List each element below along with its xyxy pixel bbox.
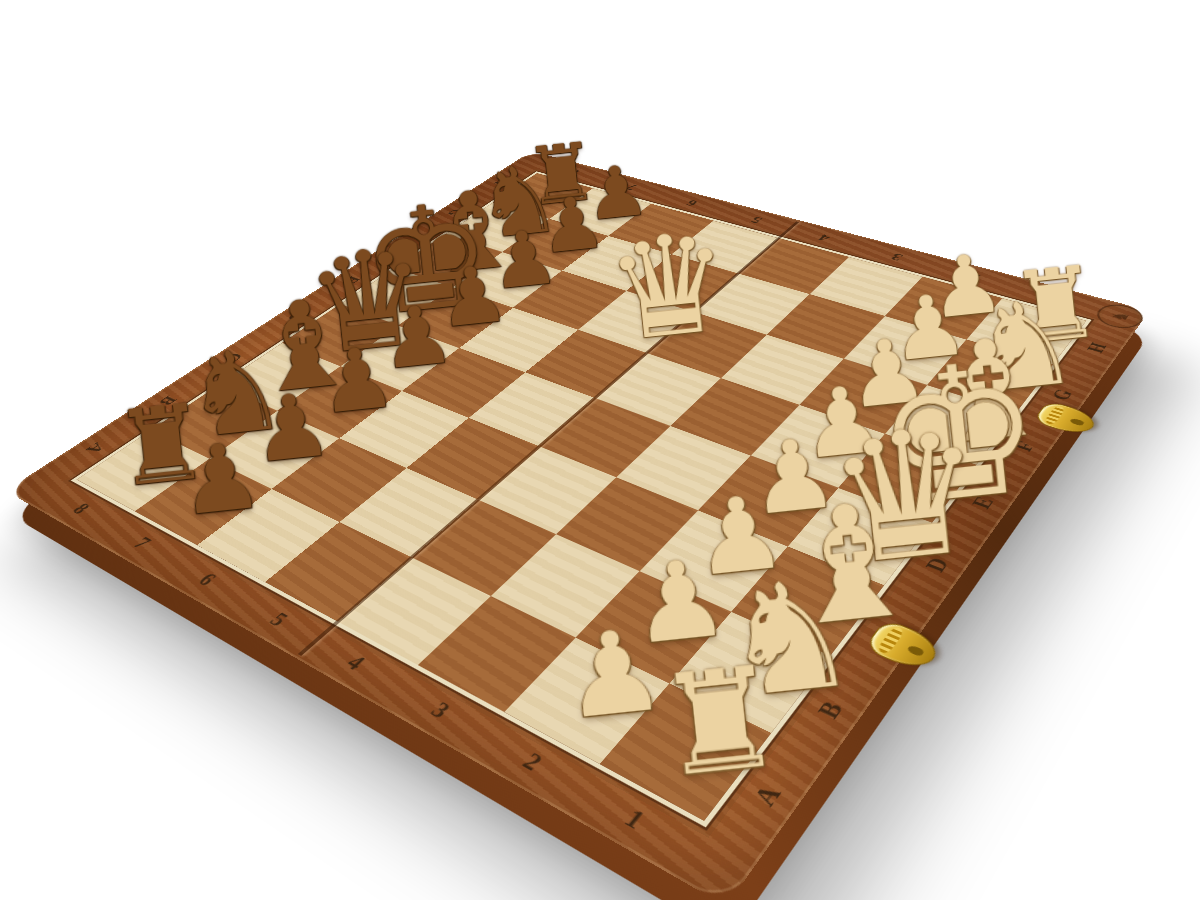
board-grid: ♜♞♝♛♚♝♞♜♟♟♟♟♟♟♟♟♛♟♟♟♟♟♟♟♟♜♞♝♛♚♝♞♜ <box>71 171 1092 827</box>
board-frame: ABCDEFGH ABCDEFGH 87654321 87654321 ♜♞♝♛… <box>6 151 1150 900</box>
board-lean-wrapper: ABCDEFGH ABCDEFGH 87654321 87654321 ♜♞♝♛… <box>144 0 1045 849</box>
chess-board: ABCDEFGH ABCDEFGH 87654321 87654321 ♜♞♝♛… <box>6 151 1150 900</box>
knight-logo-icon: ♞ <box>1105 309 1135 324</box>
product-photo-scene: ABCDEFGH ABCDEFGH 87654321 87654321 ♜♞♝♛… <box>0 0 1200 900</box>
